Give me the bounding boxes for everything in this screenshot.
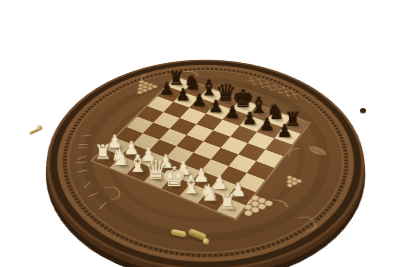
side-pin-knob bbox=[36, 125, 43, 132]
white-rook: ♜ bbox=[217, 190, 239, 212]
black-pawn: ♟ bbox=[257, 116, 277, 134]
latch-plate-left bbox=[171, 229, 187, 238]
perspective-scene: ARMENIA bbox=[0, 0, 400, 267]
black-pawn: ♟ bbox=[274, 122, 294, 140]
latch-hook-knob bbox=[202, 238, 209, 245]
hinge-knob-right bbox=[360, 108, 366, 113]
photo-stage: ARMENIA bbox=[0, 0, 400, 267]
